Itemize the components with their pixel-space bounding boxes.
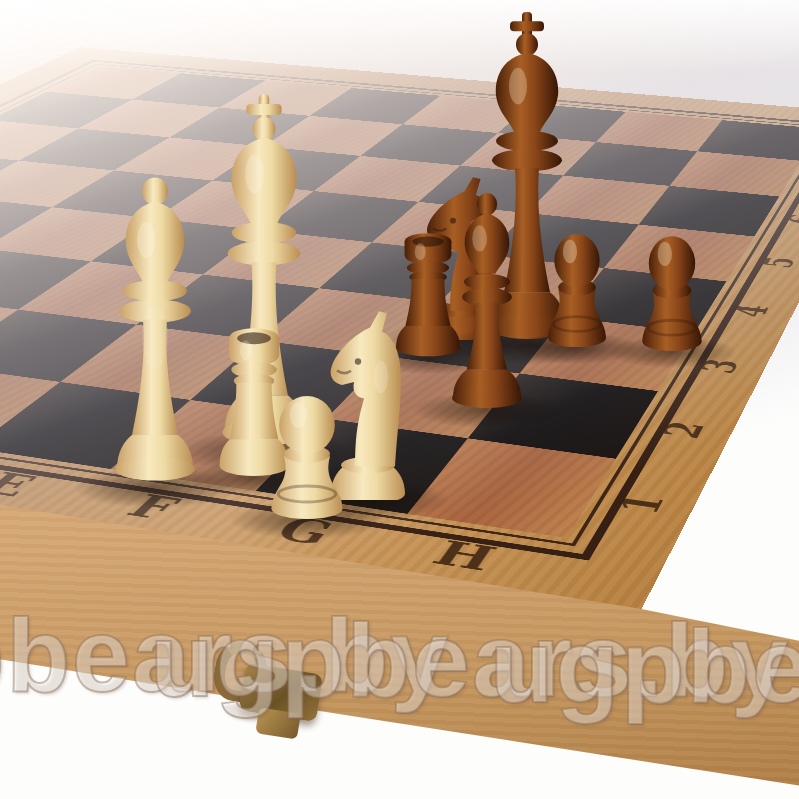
chess-set-product-photo: ABCDEFGH 12345678	[0, 0, 799, 799]
piece-black-pawn	[538, 210, 616, 348]
piece-white-queen	[105, 170, 205, 488]
piece-black-bishop	[441, 188, 533, 410]
pieces-layer	[0, 0, 799, 799]
piece-white-pawn	[259, 370, 355, 520]
piece-black-pawn	[632, 212, 712, 352]
